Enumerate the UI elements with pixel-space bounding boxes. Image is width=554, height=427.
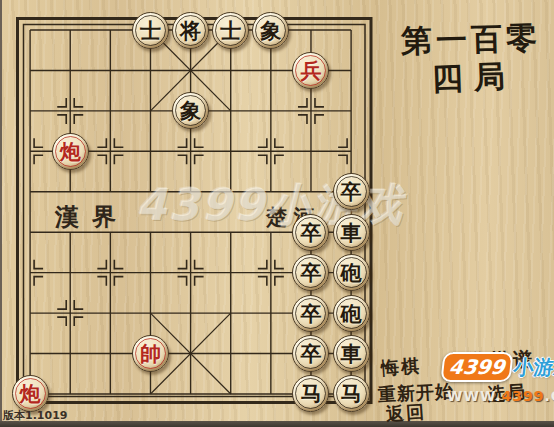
4399-logo-number: 4399: [440, 352, 513, 382]
piece-black-horse[interactable]: 马: [292, 375, 329, 412]
puzzle-title-line2: 四局: [431, 56, 516, 101]
back-button[interactable]: 返回: [385, 400, 427, 427]
piece-black-advisor[interactable]: 士: [212, 12, 249, 49]
game-window: 士将士象象卒卒車卒砲卒砲卒車马马兵炮帥炮 漢界 楚河 第一百零 四局 4399小…: [0, 0, 554, 427]
piece-black-elephant[interactable]: 象: [172, 92, 209, 129]
url-prefix: WWW.: [447, 388, 502, 404]
piece-black-cannon[interactable]: 砲: [333, 295, 370, 332]
url-number: 4399: [502, 388, 545, 404]
left-edge-strip: [0, 0, 2, 427]
version-label: 版本1.1019: [3, 408, 67, 423]
piece-red-cannon[interactable]: 炮: [12, 375, 49, 412]
4399-url: WWW.4399.COM: [447, 388, 554, 404]
piece-black-cannon[interactable]: 砲: [333, 254, 370, 291]
piece-black-chariot[interactable]: 車: [333, 214, 370, 251]
puzzle-title-line1: 第一百零: [400, 17, 541, 63]
piece-red-soldier[interactable]: 兵: [292, 52, 329, 89]
4399-logo-suffix: 小游戏: [512, 354, 554, 381]
undo-move-button[interactable]: 悔棋: [380, 354, 422, 381]
piece-black-soldier[interactable]: 卒: [292, 295, 329, 332]
4399-logo: 4399小游戏: [440, 352, 554, 382]
piece-red-cannon[interactable]: 炮: [52, 133, 89, 170]
piece-black-horse[interactable]: 马: [333, 375, 370, 412]
piece-black-elephant[interactable]: 象: [252, 12, 289, 49]
piece-red-general[interactable]: 帥: [132, 335, 169, 372]
url-domain: .COM: [544, 388, 554, 404]
piece-black-advisor[interactable]: 士: [132, 12, 169, 49]
piece-black-soldier[interactable]: 卒: [292, 254, 329, 291]
piece-black-soldier[interactable]: 卒: [333, 173, 370, 210]
piece-black-chariot[interactable]: 車: [333, 335, 370, 372]
piece-black-general[interactable]: 将: [172, 12, 209, 49]
bottom-edge-strip: [0, 421, 554, 427]
xiangqi-board: 士将士象象卒卒車卒砲卒砲卒車马马兵炮帥炮: [10, 10, 371, 414]
piece-black-soldier[interactable]: 卒: [292, 214, 329, 251]
piece-black-soldier[interactable]: 卒: [292, 335, 329, 372]
